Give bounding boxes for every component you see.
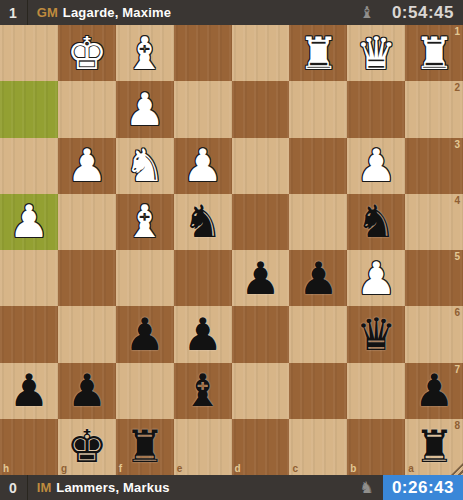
square-a6[interactable]: 6 [405, 306, 463, 362]
square-e8[interactable]: e [174, 419, 232, 475]
square-h7[interactable]: ♟ [0, 363, 58, 419]
file-label-d: d [235, 463, 241, 474]
black-bishop: ♝ [174, 363, 232, 419]
square-h2[interactable] [0, 81, 58, 137]
black-pawn: ♟ [232, 250, 290, 306]
square-b1[interactable]: ♛ [347, 25, 405, 81]
player-title-top: GM [37, 5, 58, 20]
square-e7[interactable]: ♝ [174, 363, 232, 419]
white-knight: ♞ [116, 138, 174, 194]
square-f8[interactable]: ♜f [116, 419, 174, 475]
black-clock: 0:26:43 [383, 475, 463, 500]
rank-label-3: 3 [454, 139, 460, 150]
rank-label-4: 4 [454, 195, 460, 206]
square-c6[interactable] [289, 306, 347, 362]
square-c3[interactable] [289, 138, 347, 194]
file-label-e: e [177, 463, 183, 474]
square-f7[interactable] [116, 363, 174, 419]
rank-label-6: 6 [454, 307, 460, 318]
square-h3[interactable] [0, 138, 58, 194]
bottom-player-bar: 0 IM Lammers, Markus ♞ 0:26:43 [0, 475, 463, 500]
square-b7[interactable] [347, 363, 405, 419]
square-d6[interactable] [232, 306, 290, 362]
square-d1[interactable] [232, 25, 290, 81]
square-g5[interactable] [58, 250, 116, 306]
player-name-top: Lagarde, Maxime [63, 5, 172, 20]
square-f3[interactable]: ♞ [116, 138, 174, 194]
black-pawn: ♟ [289, 250, 347, 306]
black-king: ♚ [58, 419, 116, 475]
white-bishop: ♝ [116, 25, 174, 81]
white-pawn: ♟ [0, 194, 58, 250]
square-b2[interactable] [347, 81, 405, 137]
square-g4[interactable] [58, 194, 116, 250]
rank-label-7: 7 [454, 364, 460, 375]
square-c4[interactable] [289, 194, 347, 250]
player-score-bottom: 0 [0, 475, 28, 500]
square-a3[interactable]: 3 [405, 138, 463, 194]
square-b3[interactable]: ♟ [347, 138, 405, 194]
square-d3[interactable] [232, 138, 290, 194]
square-f2[interactable]: ♟ [116, 81, 174, 137]
white-king: ♚ [58, 25, 116, 81]
square-c8[interactable]: c [289, 419, 347, 475]
square-g2[interactable] [58, 81, 116, 137]
chess-board[interactable]: ♚♝♜♛♜1♟2♟♞♟♟3♟♝♞♞4♟♟♟5♟♟♛6♟♟♝♟7h♚g♜fedcb… [0, 25, 463, 475]
black-pawn: ♟ [58, 363, 116, 419]
white-pawn: ♟ [58, 138, 116, 194]
rank-label-1: 1 [454, 26, 460, 37]
square-h1[interactable] [0, 25, 58, 81]
square-c5[interactable]: ♟ [289, 250, 347, 306]
square-a5[interactable]: 5 [405, 250, 463, 306]
black-pawn: ♟ [405, 363, 463, 419]
square-g3[interactable]: ♟ [58, 138, 116, 194]
square-b8[interactable]: b [347, 419, 405, 475]
white-pawn: ♟ [174, 138, 232, 194]
square-b4[interactable]: ♞ [347, 194, 405, 250]
square-b6[interactable]: ♛ [347, 306, 405, 362]
black-pawn: ♟ [174, 306, 232, 362]
square-f1[interactable]: ♝ [116, 25, 174, 81]
player-name-bottom: Lammers, Markus [56, 480, 170, 495]
file-label-f: f [119, 463, 122, 474]
black-rook: ♜ [116, 419, 174, 475]
white-bishop: ♝ [116, 194, 174, 250]
square-f5[interactable] [116, 250, 174, 306]
square-d8[interactable]: d [232, 419, 290, 475]
white-pawn: ♟ [347, 138, 405, 194]
square-e6[interactable]: ♟ [174, 306, 232, 362]
square-e3[interactable]: ♟ [174, 138, 232, 194]
square-g6[interactable] [58, 306, 116, 362]
square-e1[interactable] [174, 25, 232, 81]
white-pawn: ♟ [347, 250, 405, 306]
square-h6[interactable] [0, 306, 58, 362]
square-d5[interactable]: ♟ [232, 250, 290, 306]
white-queen: ♛ [347, 25, 405, 81]
white-rook: ♜ [289, 25, 347, 81]
square-e5[interactable] [174, 250, 232, 306]
black-queen: ♛ [347, 306, 405, 362]
rank-label-5: 5 [454, 251, 460, 262]
material-knight-icon: ♞ [360, 480, 374, 496]
square-a8[interactable]: ♜8a [405, 419, 463, 475]
white-pawn: ♟ [116, 81, 174, 137]
square-c1[interactable]: ♜ [289, 25, 347, 81]
game-window: 1 GM Lagarde, Maxime ♝ 0:54:45 ♚♝♜♛♜1♟2♟… [0, 0, 463, 500]
square-f4[interactable]: ♝ [116, 194, 174, 250]
rank-label-2: 2 [454, 82, 460, 93]
square-d2[interactable] [232, 81, 290, 137]
player-score-top: 1 [0, 0, 28, 25]
player-title-bottom: IM [37, 480, 51, 495]
file-label-g: g [61, 463, 67, 474]
white-clock: 0:54:45 [383, 0, 463, 25]
black-rook: ♜ [405, 419, 463, 475]
square-h4[interactable]: ♟ [0, 194, 58, 250]
square-d4[interactable] [232, 194, 290, 250]
black-knight: ♞ [174, 194, 232, 250]
square-g8[interactable]: ♚g [58, 419, 116, 475]
square-a1[interactable]: ♜1 [405, 25, 463, 81]
file-label-c: c [292, 463, 298, 474]
square-g7[interactable]: ♟ [58, 363, 116, 419]
file-label-a: a [408, 463, 414, 474]
black-pawn: ♟ [116, 306, 174, 362]
square-a7[interactable]: ♟7 [405, 363, 463, 419]
square-d7[interactable] [232, 363, 290, 419]
material-bishop-icon: ♝ [360, 5, 374, 21]
top-player-bar: 1 GM Lagarde, Maxime ♝ 0:54:45 [0, 0, 463, 25]
rank-label-8: 8 [454, 420, 460, 431]
square-f6[interactable]: ♟ [116, 306, 174, 362]
square-b5[interactable]: ♟ [347, 250, 405, 306]
square-a2[interactable]: 2 [405, 81, 463, 137]
square-a4[interactable]: 4 [405, 194, 463, 250]
square-h8[interactable]: h [0, 419, 58, 475]
black-pawn: ♟ [0, 363, 58, 419]
black-knight: ♞ [347, 194, 405, 250]
white-rook: ♜ [405, 25, 463, 81]
square-c2[interactable] [289, 81, 347, 137]
file-label-b: b [350, 463, 356, 474]
square-e4[interactable]: ♞ [174, 194, 232, 250]
square-c7[interactable] [289, 363, 347, 419]
square-h5[interactable] [0, 250, 58, 306]
file-label-h: h [3, 463, 9, 474]
square-e2[interactable] [174, 81, 232, 137]
square-g1[interactable]: ♚ [58, 25, 116, 81]
